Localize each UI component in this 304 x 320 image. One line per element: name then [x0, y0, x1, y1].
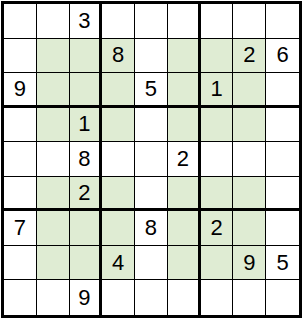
- cell-r4c1[interactable]: [4, 108, 37, 143]
- cell-r1c4[interactable]: [102, 4, 135, 39]
- cell-r8c4[interactable]: 4: [102, 246, 135, 281]
- cell-r3c9[interactable]: [266, 73, 299, 108]
- cell-r9c6[interactable]: [168, 280, 201, 315]
- cell-r8c8[interactable]: 9: [233, 246, 266, 281]
- cell-r5c5[interactable]: [135, 142, 168, 177]
- cell-r8c1[interactable]: [4, 246, 37, 281]
- cell-r7c5[interactable]: 8: [135, 211, 168, 246]
- cell-r8c2[interactable]: [37, 246, 70, 281]
- cell-r5c7[interactable]: [201, 142, 234, 177]
- cell-r1c8[interactable]: [233, 4, 266, 39]
- cell-r5c6[interactable]: 2: [168, 142, 201, 177]
- cell-r2c4[interactable]: 8: [102, 39, 135, 74]
- cell-r9c7[interactable]: [201, 280, 234, 315]
- cell-r4c8[interactable]: [233, 108, 266, 143]
- cell-r4c6[interactable]: [168, 108, 201, 143]
- cell-r9c9[interactable]: [266, 280, 299, 315]
- cell-r4c9[interactable]: [266, 108, 299, 143]
- cell-r2c1[interactable]: [4, 39, 37, 74]
- cell-r8c6[interactable]: [168, 246, 201, 281]
- cell-r5c1[interactable]: [4, 142, 37, 177]
- cell-r5c3[interactable]: 8: [70, 142, 103, 177]
- cell-r6c3[interactable]: 2: [70, 177, 103, 212]
- cell-r6c9[interactable]: [266, 177, 299, 212]
- cell-r6c2[interactable]: [37, 177, 70, 212]
- cell-r6c6[interactable]: [168, 177, 201, 212]
- cell-r2c5[interactable]: [135, 39, 168, 74]
- cell-r1c9[interactable]: [266, 4, 299, 39]
- cell-r1c1[interactable]: [4, 4, 37, 39]
- cell-r2c2[interactable]: [37, 39, 70, 74]
- cell-r4c3[interactable]: 1: [70, 108, 103, 143]
- cell-r7c3[interactable]: [70, 211, 103, 246]
- cell-r9c3[interactable]: 9: [70, 280, 103, 315]
- cell-r3c1[interactable]: 9: [4, 73, 37, 108]
- cell-r7c8[interactable]: [233, 211, 266, 246]
- cell-r6c1[interactable]: [4, 177, 37, 212]
- cell-r9c1[interactable]: [4, 280, 37, 315]
- cell-r5c9[interactable]: [266, 142, 299, 177]
- cell-r6c8[interactable]: [233, 177, 266, 212]
- cell-r2c6[interactable]: [168, 39, 201, 74]
- cell-r9c8[interactable]: [233, 280, 266, 315]
- cell-r4c7[interactable]: [201, 108, 234, 143]
- cell-r9c5[interactable]: [135, 280, 168, 315]
- cell-r4c5[interactable]: [135, 108, 168, 143]
- cell-r2c8[interactable]: 2: [233, 39, 266, 74]
- cell-r7c7[interactable]: 2: [201, 211, 234, 246]
- cell-r5c2[interactable]: [37, 142, 70, 177]
- cell-r8c9[interactable]: 5: [266, 246, 299, 281]
- cell-r3c2[interactable]: [37, 73, 70, 108]
- cell-r6c7[interactable]: [201, 177, 234, 212]
- cell-r1c6[interactable]: [168, 4, 201, 39]
- cell-r8c3[interactable]: [70, 246, 103, 281]
- cell-r1c5[interactable]: [135, 4, 168, 39]
- cell-r5c4[interactable]: [102, 142, 135, 177]
- cell-r7c9[interactable]: [266, 211, 299, 246]
- cell-r1c2[interactable]: [37, 4, 70, 39]
- cell-r8c7[interactable]: [201, 246, 234, 281]
- cell-r3c7[interactable]: 1: [201, 73, 234, 108]
- cell-r7c6[interactable]: [168, 211, 201, 246]
- cell-r1c3[interactable]: 3: [70, 4, 103, 39]
- cell-r6c5[interactable]: [135, 177, 168, 212]
- cell-r2c3[interactable]: [70, 39, 103, 74]
- cell-r7c4[interactable]: [102, 211, 135, 246]
- cell-r1c7[interactable]: [201, 4, 234, 39]
- cell-r3c5[interactable]: 5: [135, 73, 168, 108]
- cell-r3c8[interactable]: [233, 73, 266, 108]
- cell-r3c3[interactable]: [70, 73, 103, 108]
- cell-r6c4[interactable]: [102, 177, 135, 212]
- cell-r7c1[interactable]: 7: [4, 211, 37, 246]
- cell-r5c8[interactable]: [233, 142, 266, 177]
- cell-r9c2[interactable]: [37, 280, 70, 315]
- cell-r4c2[interactable]: [37, 108, 70, 143]
- cell-r3c6[interactable]: [168, 73, 201, 108]
- cell-r3c4[interactable]: [102, 73, 135, 108]
- cell-r2c7[interactable]: [201, 39, 234, 74]
- sudoku-board: 382695118227824959: [1, 1, 302, 318]
- cell-r9c4[interactable]: [102, 280, 135, 315]
- cell-r7c2[interactable]: [37, 211, 70, 246]
- cell-r8c5[interactable]: [135, 246, 168, 281]
- cell-r4c4[interactable]: [102, 108, 135, 143]
- cell-r2c9[interactable]: 6: [266, 39, 299, 74]
